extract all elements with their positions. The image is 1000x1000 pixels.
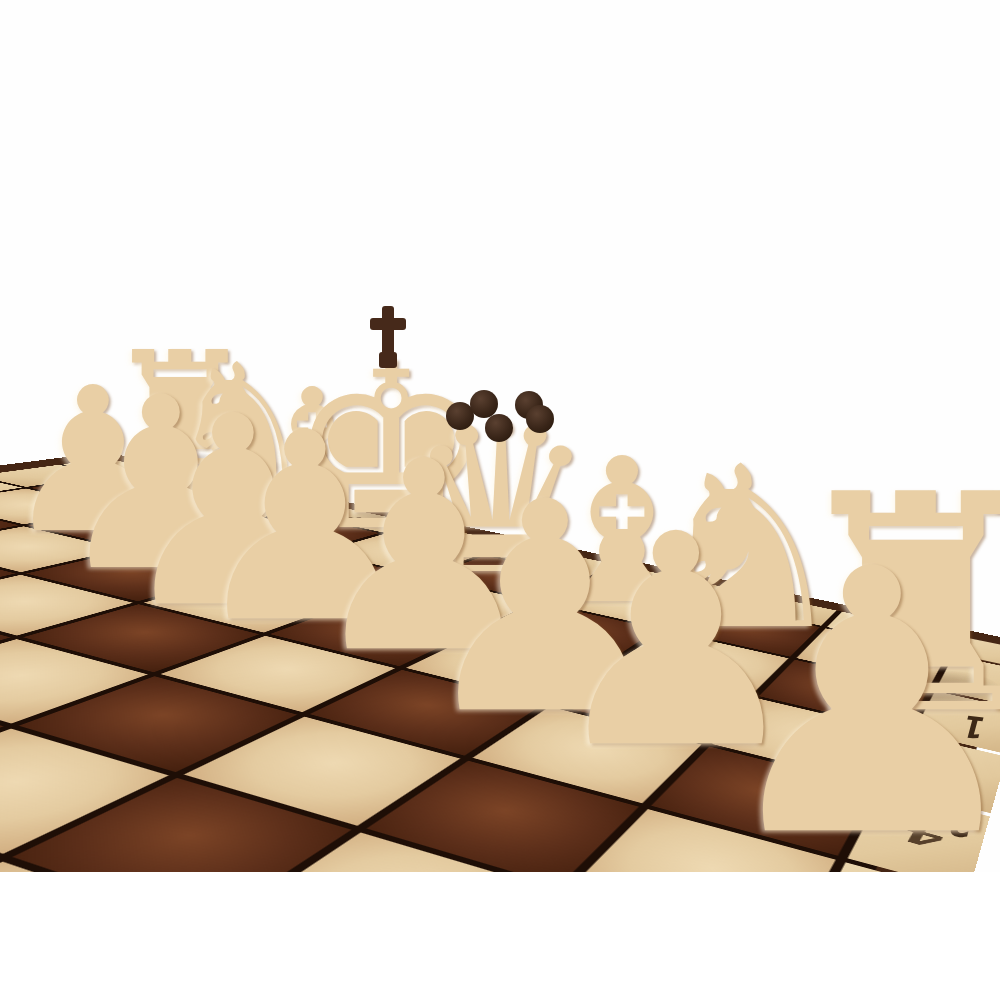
king-cross-icon	[382, 306, 394, 356]
king-cross-icon	[379, 352, 397, 368]
product-photo-wooden-chess-set: HGFEDCBA345678 ♜♞♝♚♛♝♞♜♟♟♟♟♟♟♟♟ 12	[0, 0, 1000, 1000]
white-pawn-pawn-8: ♟	[709, 522, 1000, 886]
king-cross-icon	[370, 318, 406, 330]
